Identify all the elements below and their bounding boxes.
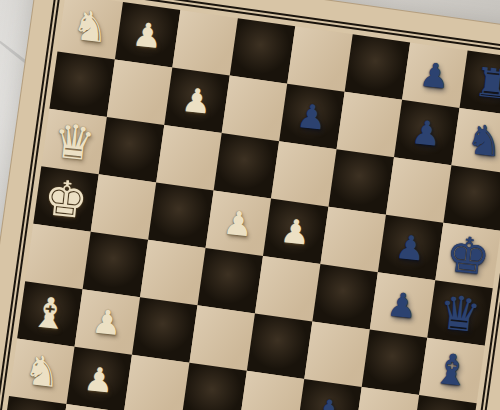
- square-c6[interactable]: [304, 322, 370, 388]
- piece-blue-pawn-g7[interactable]: ♟: [410, 115, 443, 151]
- piece-white-queen-f1[interactable]: ♛: [51, 116, 98, 167]
- square-d2[interactable]: [83, 232, 149, 298]
- square-c8[interactable]: ♝: [419, 338, 485, 404]
- square-g1[interactable]: [49, 51, 115, 117]
- square-h6[interactable]: [345, 34, 411, 100]
- piece-blue-pawn-d7[interactable]: ♟: [386, 287, 419, 323]
- square-h7[interactable]: ♟: [402, 42, 468, 108]
- square-d1[interactable]: [25, 224, 91, 290]
- square-h4[interactable]: [230, 18, 296, 84]
- square-e7[interactable]: ♟: [378, 215, 444, 281]
- square-h5[interactable]: [287, 26, 353, 92]
- square-f5[interactable]: [271, 141, 337, 207]
- square-d8[interactable]: ♛: [427, 280, 493, 346]
- square-h1[interactable]: ♞: [57, 0, 123, 59]
- square-g5[interactable]: ♟: [279, 84, 345, 150]
- photo-scene: ♞♟♟♜♟♟♟♞♛♚♟♟♟♚♟♛♝♟♝♞♟♟♜♟♟♜: [0, 0, 500, 410]
- square-e5[interactable]: ♟: [263, 199, 329, 265]
- piece-blue-pawn-b6[interactable]: ♟: [313, 394, 346, 410]
- piece-blue-queen-d8[interactable]: ♛: [437, 287, 484, 338]
- square-c5[interactable]: [247, 313, 313, 379]
- piece-blue-pawn-h7[interactable]: ♟: [418, 57, 451, 93]
- square-f6[interactable]: [329, 149, 395, 215]
- square-g8[interactable]: ♞: [451, 108, 500, 174]
- square-h3[interactable]: [172, 10, 238, 76]
- square-c4[interactable]: [189, 305, 255, 371]
- square-f3[interactable]: [156, 125, 222, 191]
- piece-white-king-e1[interactable]: ♚: [42, 172, 91, 225]
- square-c7[interactable]: [362, 330, 428, 396]
- piece-blue-king-e8[interactable]: ♚: [444, 229, 493, 282]
- square-g2[interactable]: [107, 59, 173, 125]
- square-f7[interactable]: [386, 157, 452, 223]
- piece-white-pawn-b2[interactable]: ♟: [83, 361, 116, 397]
- square-d5[interactable]: [255, 256, 321, 322]
- square-g4[interactable]: [222, 76, 288, 142]
- square-c1[interactable]: ♝: [17, 281, 83, 347]
- square-h8[interactable]: ♜: [460, 50, 500, 116]
- square-b5[interactable]: [239, 371, 305, 410]
- square-b4[interactable]: [181, 363, 247, 410]
- piece-blue-knight-g8[interactable]: ♞: [464, 118, 500, 163]
- square-e4[interactable]: ♟: [206, 190, 272, 256]
- piece-white-knight-h1[interactable]: ♞: [70, 4, 111, 49]
- piece-blue-pawn-e7[interactable]: ♟: [394, 230, 427, 266]
- square-g6[interactable]: [337, 92, 403, 158]
- square-f4[interactable]: [214, 133, 280, 199]
- square-e2[interactable]: [91, 174, 157, 240]
- square-f2[interactable]: [99, 117, 165, 183]
- square-e6[interactable]: [320, 207, 386, 273]
- square-c3[interactable]: [132, 297, 198, 363]
- square-c2[interactable]: ♟: [75, 289, 141, 355]
- chess-board: ♞♟♟♜♟♟♟♞♛♚♟♟♟♚♟♛♝♟♝♞♟♟♜♟♟♜: [1, 0, 500, 410]
- piece-white-pawn-e4[interactable]: ♟: [222, 205, 255, 241]
- piece-white-pawn-h2[interactable]: ♟: [131, 17, 164, 53]
- square-b2[interactable]: ♟: [66, 347, 132, 410]
- square-g3[interactable]: ♟: [164, 68, 230, 134]
- square-d4[interactable]: [197, 248, 263, 314]
- square-h2[interactable]: ♟: [115, 2, 181, 68]
- piece-blue-rook-h8[interactable]: ♜: [472, 61, 500, 105]
- piece-white-pawn-g3[interactable]: ♟: [181, 82, 214, 118]
- square-f8[interactable]: [443, 165, 500, 231]
- piece-blue-bishop-c8[interactable]: ♝: [431, 348, 473, 394]
- square-b1[interactable]: ♞: [9, 339, 75, 405]
- piece-white-knight-b1[interactable]: ♞: [21, 349, 62, 394]
- square-e3[interactable]: [148, 182, 214, 248]
- piece-blue-pawn-g5[interactable]: ♟: [295, 98, 328, 134]
- square-d7[interactable]: ♟: [370, 272, 436, 338]
- square-f1[interactable]: ♛: [41, 109, 107, 175]
- square-e8[interactable]: ♚: [435, 223, 500, 289]
- square-d3[interactable]: [140, 240, 206, 306]
- square-g7[interactable]: ♟: [394, 100, 460, 166]
- square-e1[interactable]: ♚: [33, 166, 99, 232]
- square-d6[interactable]: [312, 264, 378, 330]
- piece-white-bishop-c1[interactable]: ♝: [29, 291, 71, 337]
- piece-white-pawn-c2[interactable]: ♟: [91, 304, 124, 340]
- square-b3[interactable]: [124, 355, 190, 410]
- piece-white-pawn-e5[interactable]: ♟: [279, 213, 312, 249]
